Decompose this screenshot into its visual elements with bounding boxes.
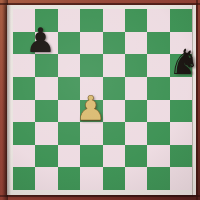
square-b1[interactable] xyxy=(35,167,57,190)
square-e8[interactable] xyxy=(103,9,125,32)
square-h1[interactable] xyxy=(170,167,192,190)
square-g4[interactable] xyxy=(147,100,169,123)
square-h2[interactable] xyxy=(170,145,192,168)
square-d6[interactable] xyxy=(80,54,102,77)
square-d2[interactable] xyxy=(80,145,102,168)
table-seam-bottom xyxy=(0,195,200,197)
chess-board: ♟♞♟ xyxy=(7,5,196,195)
square-e3[interactable] xyxy=(103,122,125,145)
board-grid: ♟♞♟ xyxy=(13,9,192,190)
square-f7[interactable] xyxy=(125,32,147,55)
square-h8[interactable] xyxy=(170,9,192,32)
square-d8[interactable] xyxy=(80,9,102,32)
table-surface: ♟♞♟ xyxy=(0,0,200,200)
square-f5[interactable] xyxy=(125,77,147,100)
square-c7[interactable] xyxy=(58,32,80,55)
square-g3[interactable] xyxy=(147,122,169,145)
board-crease-right xyxy=(192,5,193,195)
square-f3[interactable] xyxy=(125,122,147,145)
table-seam-right xyxy=(196,0,198,200)
black-knight-piece[interactable]: ♞ xyxy=(168,45,199,80)
square-e7[interactable] xyxy=(103,32,125,55)
square-h6[interactable]: ♞ xyxy=(170,54,192,77)
square-h3[interactable] xyxy=(170,122,192,145)
square-a1[interactable] xyxy=(13,167,35,190)
square-c6[interactable] xyxy=(58,54,80,77)
square-c8[interactable] xyxy=(58,9,80,32)
square-f1[interactable] xyxy=(125,167,147,190)
square-f2[interactable] xyxy=(125,145,147,168)
square-c2[interactable] xyxy=(58,145,80,168)
square-a5[interactable] xyxy=(13,77,35,100)
square-g7[interactable] xyxy=(147,32,169,55)
square-a3[interactable] xyxy=(13,122,35,145)
square-b5[interactable] xyxy=(35,77,57,100)
square-e2[interactable] xyxy=(103,145,125,168)
square-g6[interactable] xyxy=(147,54,169,77)
square-g5[interactable] xyxy=(147,77,169,100)
square-f8[interactable] xyxy=(125,9,147,32)
square-d4[interactable]: ♟ xyxy=(80,100,102,123)
square-f4[interactable] xyxy=(125,100,147,123)
square-c1[interactable] xyxy=(58,167,80,190)
board-crease-left xyxy=(7,5,11,195)
square-g8[interactable] xyxy=(147,9,169,32)
square-d1[interactable] xyxy=(80,167,102,190)
square-g1[interactable] xyxy=(147,167,169,190)
square-g2[interactable] xyxy=(147,145,169,168)
square-b4[interactable] xyxy=(35,100,57,123)
square-b3[interactable] xyxy=(35,122,57,145)
square-b2[interactable] xyxy=(35,145,57,168)
black-pawn-piece[interactable]: ♟ xyxy=(25,23,55,57)
square-b7[interactable]: ♟ xyxy=(35,32,57,55)
square-a2[interactable] xyxy=(13,145,35,168)
square-a4[interactable] xyxy=(13,100,35,123)
square-d7[interactable] xyxy=(80,32,102,55)
square-e1[interactable] xyxy=(103,167,125,190)
square-f6[interactable] xyxy=(125,54,147,77)
square-h4[interactable] xyxy=(170,100,192,123)
white-pawn-piece[interactable]: ♟ xyxy=(75,91,105,125)
square-e6[interactable] xyxy=(103,54,125,77)
